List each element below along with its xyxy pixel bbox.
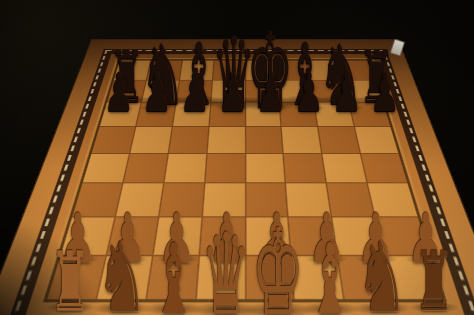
piece-white-rook-h1[interactable]: ♜ [397, 249, 471, 315]
piece-black-pawn-h7[interactable]: ♟ [361, 71, 409, 114]
black-pawn-glyph: ♟ [256, 71, 286, 114]
black-pawn-glyph: ♟ [294, 71, 324, 114]
black-pawn-glyph: ♟ [104, 71, 134, 114]
black-pawn-glyph: ♟ [370, 71, 400, 114]
black-pawn-glyph: ♟ [180, 71, 210, 114]
black-pawn-glyph: ♟ [218, 71, 248, 114]
chess-set-photo: ♜♞♝♛♚♝♞♜♟♟♟♟♟♟♟♟♟♟♟♟♟♟♟♟♜♞♝♛♚♝♞♜ [0, 0, 474, 315]
black-pawn-glyph: ♟ [142, 71, 172, 114]
white-rook-glyph: ♜ [414, 249, 454, 315]
pieces-layer: ♜♞♝♛♚♝♞♜♟♟♟♟♟♟♟♟♟♟♟♟♟♟♟♟♜♞♝♛♚♝♞♜ [0, 0, 474, 315]
black-pawn-glyph: ♟ [332, 71, 362, 114]
